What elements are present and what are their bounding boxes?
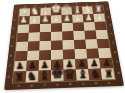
coordinate-label: c xyxy=(77,83,90,86)
square-a8: ♜ xyxy=(101,68,115,79)
coordinate-label: b xyxy=(82,3,92,5)
square-f7: ♟ xyxy=(39,60,51,71)
white-pawn: ♟ xyxy=(52,15,60,24)
coordinate-label: g xyxy=(25,84,38,87)
coordinate-label: 6 xyxy=(113,48,117,58)
white-rook: ♜ xyxy=(94,5,102,14)
black-knight: ♞ xyxy=(90,68,101,80)
coordinate-label: h xyxy=(20,5,30,7)
square-h7: ♟ xyxy=(14,61,27,72)
black-pawn: ♟ xyxy=(90,59,99,69)
square-h8: ♜ xyxy=(13,71,26,82)
black-queen: ♛ xyxy=(64,67,77,81)
square-g4 xyxy=(28,32,40,41)
white-pawn: ♟ xyxy=(96,13,104,22)
white-pawn: ♟ xyxy=(63,14,71,23)
coordinate-label: e xyxy=(51,4,61,6)
square-g7: ♟ xyxy=(26,60,39,71)
file-labels-bottom: hgfedcba xyxy=(12,82,115,88)
coordinate-label: 7 xyxy=(8,61,11,72)
white-pawn: ♟ xyxy=(85,14,93,23)
coordinate-label: a xyxy=(92,3,103,5)
square-f8: ♝ xyxy=(38,70,51,81)
black-rook: ♜ xyxy=(14,71,24,82)
coordinate-label: 4 xyxy=(110,30,113,39)
square-c5 xyxy=(74,40,86,50)
square-h5 xyxy=(16,42,28,52)
coordinate-label: 2 xyxy=(107,13,110,21)
square-d5 xyxy=(62,40,74,50)
white-pawn: ♟ xyxy=(31,16,39,25)
black-pawn: ♟ xyxy=(40,61,49,71)
black-bishop: ♝ xyxy=(77,68,88,81)
square-h6 xyxy=(15,51,28,61)
square-d6 xyxy=(63,49,75,59)
square-a4 xyxy=(96,30,109,39)
photo-background: { "game": "chess", "position": "rnbqkbnr… xyxy=(0,0,125,93)
black-pawn: ♟ xyxy=(53,60,62,70)
coordinate-label: a xyxy=(102,82,115,85)
black-pawn: ♟ xyxy=(102,59,111,69)
square-e5 xyxy=(51,40,63,50)
square-c7: ♟ xyxy=(75,59,88,70)
square-f6 xyxy=(39,50,51,60)
coordinate-label: e xyxy=(51,83,64,86)
square-e8: ♚ xyxy=(51,70,64,81)
coordinate-label: h xyxy=(12,85,25,88)
coordinate-label: 5 xyxy=(10,42,13,51)
square-c4 xyxy=(73,31,85,40)
square-e4 xyxy=(51,31,62,40)
black-pawn: ♟ xyxy=(77,60,86,70)
coordinate-label: f xyxy=(38,84,51,87)
coordinate-label: f xyxy=(41,4,51,6)
white-pawn: ♟ xyxy=(74,14,82,23)
white-bishop: ♝ xyxy=(41,5,50,15)
square-a7: ♟ xyxy=(99,58,113,69)
square-f4 xyxy=(40,32,51,41)
black-knight: ♞ xyxy=(26,70,37,82)
square-d8: ♛ xyxy=(63,69,76,80)
square-g5 xyxy=(28,41,40,51)
coordinate-label: g xyxy=(30,5,40,7)
coordinate-label: 8 xyxy=(7,72,10,83)
square-c8: ♝ xyxy=(76,69,90,80)
coordinate-label: 6 xyxy=(9,51,12,61)
coordinate-label: 5 xyxy=(112,39,115,48)
square-d4 xyxy=(62,31,74,40)
square-e7: ♟ xyxy=(51,59,63,70)
coordinate-label: d xyxy=(64,83,77,86)
coordinate-label: d xyxy=(61,4,71,6)
square-d7: ♟ xyxy=(63,59,76,70)
white-knight: ♞ xyxy=(30,6,39,16)
white-knight: ♞ xyxy=(83,4,92,14)
black-rook: ♜ xyxy=(103,68,113,79)
coordinate-label: 1 xyxy=(106,6,109,14)
black-bishop: ♝ xyxy=(39,69,50,82)
square-e6 xyxy=(51,50,63,60)
black-pawn: ♟ xyxy=(15,62,24,72)
coordinate-label: 3 xyxy=(109,21,112,29)
square-g6 xyxy=(27,50,39,60)
coordinate-label: 3 xyxy=(12,25,15,33)
board-field: ♜♞♝♚♛♝♞♜♟♟♟♟♟♟♟♟♟♟♟♟♟♟♟♟♜♞♝♚♛♝♞♜ xyxy=(13,6,115,83)
coordinate-label: b xyxy=(90,82,103,85)
white-pawn: ♟ xyxy=(42,15,50,24)
white-pawn: ♟ xyxy=(20,16,28,25)
white-rook: ♜ xyxy=(20,7,28,16)
coordinate-label: 8 xyxy=(117,68,121,79)
square-b8: ♞ xyxy=(88,69,102,80)
square-f5 xyxy=(39,41,51,51)
square-a6 xyxy=(98,48,111,58)
coordinate-label: c xyxy=(71,3,81,5)
coordinate-label: 2 xyxy=(13,17,15,25)
coordinate-label: 7 xyxy=(115,58,119,68)
black-pawn: ♟ xyxy=(65,60,74,70)
white-bishop: ♝ xyxy=(73,4,82,14)
coordinate-label: 4 xyxy=(11,33,14,42)
chess-set-photo: hgfedcba hgfedcba 12345678 12345678 ♜♞♝♚… xyxy=(0,0,124,90)
coordinate-label: 1 xyxy=(14,9,16,17)
square-g8: ♞ xyxy=(26,71,39,82)
square-c6 xyxy=(74,49,87,59)
square-a5 xyxy=(97,39,110,49)
black-pawn: ♟ xyxy=(28,61,37,71)
square-h4 xyxy=(17,33,29,42)
chess-board: hgfedcba hgfedcba 12345678 12345678 ♜♞♝♚… xyxy=(4,1,124,90)
